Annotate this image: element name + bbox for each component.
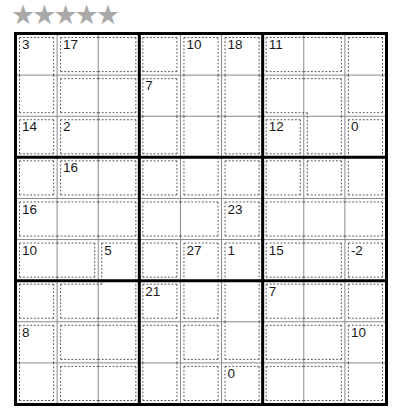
difficulty-stars: ★★★★★ [11, 0, 117, 30]
cage-sum-label: 16 [22, 202, 37, 217]
cage-sum-label: 18 [228, 37, 243, 52]
killer-sudoku-grid[interactable]: 317101811714212016162310527115-22178100 [14, 32, 388, 406]
cage-sum-label: 23 [228, 202, 243, 217]
cage-sum-label: 2 [63, 119, 71, 134]
cage-sum-label: 7 [269, 284, 277, 299]
cage-sum-label: 10 [351, 325, 366, 340]
cage-sum-label: 16 [63, 160, 78, 175]
sudoku-board[interactable]: 317101811714212016162310527115-22178100 [14, 32, 388, 406]
cage-sum-label: 27 [186, 243, 201, 258]
cage-sum-label: 21 [145, 284, 160, 299]
puzzle-page: ★★★★★ 317101811714212016162310527115-221… [0, 0, 401, 419]
cage-sum-label: 12 [269, 119, 284, 134]
cage-sum-label: 17 [63, 37, 78, 52]
cage-sum-label: 1 [228, 243, 236, 258]
cage-sum-label: 5 [104, 243, 112, 258]
cage-sum-label: 0 [351, 119, 359, 134]
cage-sum-label: 15 [269, 243, 284, 258]
cage-sum-label: 8 [22, 325, 30, 340]
cage-sum-label: 11 [269, 37, 283, 52]
cage-sum-label: 0 [228, 366, 236, 381]
cage-sum-label: 7 [145, 78, 153, 93]
cage-sum-label: 3 [22, 37, 30, 52]
cage-sum-label: 10 [22, 243, 37, 258]
cage-sum-label: 10 [186, 37, 201, 52]
cage-sum-label: -2 [351, 243, 363, 258]
cage-sum-label: 14 [22, 119, 38, 134]
